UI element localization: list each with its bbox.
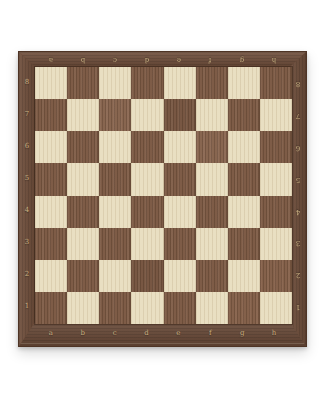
square-b5	[67, 163, 99, 195]
square-g3	[228, 228, 260, 260]
square-e7	[164, 99, 196, 131]
square-a7	[35, 99, 67, 131]
square-g5	[228, 163, 260, 195]
square-h7	[260, 99, 292, 131]
square-c1	[99, 292, 131, 324]
square-e3	[164, 228, 196, 260]
square-b7	[67, 99, 99, 131]
square-c7	[99, 99, 131, 131]
square-a6	[35, 131, 67, 163]
square-g4	[228, 196, 260, 228]
square-b6	[67, 131, 99, 163]
chessboard: abcdefgh abcdefgh 87654321 87654321	[18, 51, 307, 347]
square-e8	[164, 67, 196, 99]
square-d8	[131, 67, 163, 99]
square-g6	[228, 131, 260, 163]
square-h3	[260, 228, 292, 260]
square-d7	[131, 99, 163, 131]
square-a4	[35, 196, 67, 228]
square-c3	[99, 228, 131, 260]
square-h5	[260, 163, 292, 195]
square-d1	[131, 292, 163, 324]
product-photo-background: abcdefgh abcdefgh 87654321 87654321	[0, 0, 327, 400]
square-g1	[228, 292, 260, 324]
square-a5	[35, 163, 67, 195]
frame-right-bar	[290, 52, 306, 346]
square-f5	[196, 163, 228, 195]
square-a8	[35, 67, 67, 99]
square-h6	[260, 131, 292, 163]
square-b8	[67, 67, 99, 99]
square-a3	[35, 228, 67, 260]
square-b1	[67, 292, 99, 324]
square-c4	[99, 196, 131, 228]
square-e4	[164, 196, 196, 228]
square-e6	[164, 131, 196, 163]
square-h2	[260, 260, 292, 292]
square-f4	[196, 196, 228, 228]
square-a1	[35, 292, 67, 324]
square-h1	[260, 292, 292, 324]
square-f3	[196, 228, 228, 260]
square-h4	[260, 196, 292, 228]
square-g2	[228, 260, 260, 292]
square-e1	[164, 292, 196, 324]
square-c2	[99, 260, 131, 292]
square-d3	[131, 228, 163, 260]
square-c8	[99, 67, 131, 99]
square-b2	[67, 260, 99, 292]
square-h8	[260, 67, 292, 99]
square-d2	[131, 260, 163, 292]
square-f1	[196, 292, 228, 324]
board-squares-grid	[35, 67, 292, 324]
square-b3	[67, 228, 99, 260]
square-f6	[196, 131, 228, 163]
square-d4	[131, 196, 163, 228]
frame-bottom-bar	[19, 322, 306, 346]
square-e5	[164, 163, 196, 195]
square-c6	[99, 131, 131, 163]
square-g8	[228, 67, 260, 99]
square-a2	[35, 260, 67, 292]
square-b4	[67, 196, 99, 228]
square-d5	[131, 163, 163, 195]
frame-top-bar	[19, 52, 306, 67]
square-d6	[131, 131, 163, 163]
chessboard-frame: abcdefgh abcdefgh 87654321 87654321	[19, 52, 306, 346]
square-g7	[228, 99, 260, 131]
square-e2	[164, 260, 196, 292]
square-c5	[99, 163, 131, 195]
square-f2	[196, 260, 228, 292]
frame-left-bar	[19, 52, 35, 346]
square-f8	[196, 67, 228, 99]
square-f7	[196, 99, 228, 131]
